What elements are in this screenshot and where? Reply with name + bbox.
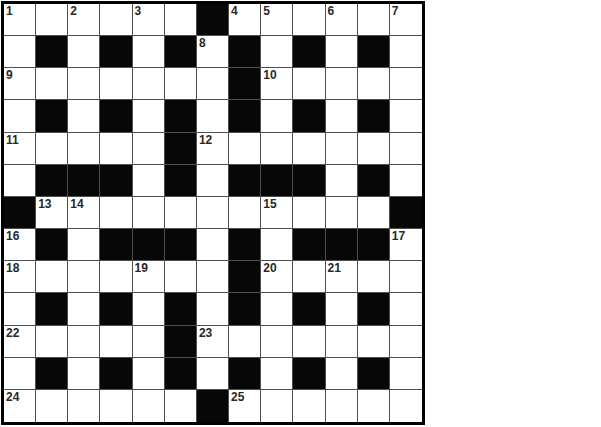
letter-cell-r7c9[interactable]: 15: [261, 197, 293, 229]
letter-cell-r7c12[interactable]: [358, 197, 390, 229]
clue-number-25: 25: [231, 390, 244, 405]
letter-cell-r4c5[interactable]: [133, 100, 165, 132]
letter-cell-r2c1[interactable]: [4, 36, 36, 68]
block-cell-r12c12: [358, 358, 390, 390]
letter-cell-r13c6[interactable]: [165, 390, 197, 422]
clue-number-17: 17: [392, 229, 405, 244]
letter-cell-r13c3[interactable]: [68, 390, 100, 422]
letter-cell-r3c13[interactable]: [390, 68, 422, 100]
block-cell-r2c4: [100, 36, 132, 68]
block-cell-r6c10: [293, 165, 325, 197]
clue-number-9: 9: [6, 68, 13, 83]
clue-number-5: 5: [263, 4, 270, 19]
letter-cell-r7c3[interactable]: 14: [68, 197, 100, 229]
letter-cell-r3c2[interactable]: [36, 68, 68, 100]
block-cell-r12c10: [293, 358, 325, 390]
letter-cell-r10c5[interactable]: [133, 293, 165, 325]
letter-cell-r13c9[interactable]: [261, 390, 293, 422]
letter-cell-r9c1[interactable]: 18: [4, 261, 36, 293]
letter-cell-r13c1[interactable]: 24: [4, 390, 36, 422]
letter-cell-r4c3[interactable]: [68, 100, 100, 132]
letter-cell-r3c5[interactable]: [133, 68, 165, 100]
letter-cell-r2c13[interactable]: [390, 36, 422, 68]
block-cell-r2c10: [293, 36, 325, 68]
letter-cell-r13c11[interactable]: [326, 390, 358, 422]
clue-number-7: 7: [392, 4, 399, 19]
block-cell-r10c2: [36, 293, 68, 325]
letter-cell-r9c11[interactable]: 21: [326, 261, 358, 293]
letter-cell-r11c9[interactable]: [261, 326, 293, 358]
block-cell-r6c6: [165, 165, 197, 197]
clue-number-10: 10: [263, 68, 276, 83]
block-cell-r8c10: [293, 229, 325, 261]
letter-cell-r3c11[interactable]: [326, 68, 358, 100]
block-cell-r1c7: [197, 4, 229, 36]
letter-cell-r3c1[interactable]: 9: [4, 68, 36, 100]
clue-number-14: 14: [70, 197, 83, 212]
letter-cell-r9c5[interactable]: 19: [133, 261, 165, 293]
clue-number-3: 3: [135, 4, 142, 19]
letter-cell-r10c7[interactable]: [197, 293, 229, 325]
block-cell-r10c8: [229, 293, 261, 325]
block-cell-r8c11: [326, 229, 358, 261]
block-cell-r2c2: [36, 36, 68, 68]
block-cell-r9c8: [229, 261, 261, 293]
letter-cell-r12c9[interactable]: [261, 358, 293, 390]
letter-cell-r5c11[interactable]: [326, 133, 358, 165]
clue-number-6: 6: [328, 4, 335, 19]
letter-cell-r10c13[interactable]: [390, 293, 422, 325]
clue-number-19: 19: [135, 261, 148, 276]
letter-cell-r2c7[interactable]: 8: [197, 36, 229, 68]
letter-cell-r11c12[interactable]: [358, 326, 390, 358]
block-cell-r4c10: [293, 100, 325, 132]
block-cell-r4c8: [229, 100, 261, 132]
page: 1234567891011121314151617181920212223242…: [0, 0, 601, 427]
letter-cell-r12c1[interactable]: [4, 358, 36, 390]
letter-cell-r11c11[interactable]: [326, 326, 358, 358]
letter-cell-r3c6[interactable]: [165, 68, 197, 100]
letter-cell-r1c6[interactable]: [165, 4, 197, 36]
letter-cell-r7c10[interactable]: [293, 197, 325, 229]
letter-cell-r1c3[interactable]: 2: [68, 4, 100, 36]
block-cell-r2c12: [358, 36, 390, 68]
block-cell-r6c12: [358, 165, 390, 197]
letter-cell-r13c10[interactable]: [293, 390, 325, 422]
letter-cell-r7c6[interactable]: [165, 197, 197, 229]
letter-cell-r2c5[interactable]: [133, 36, 165, 68]
letter-cell-r7c4[interactable]: [100, 197, 132, 229]
letter-cell-r13c2[interactable]: [36, 390, 68, 422]
block-cell-r12c8: [229, 358, 261, 390]
clue-number-18: 18: [6, 261, 19, 276]
letter-cell-r11c5[interactable]: [133, 326, 165, 358]
letter-cell-r13c8[interactable]: 25: [229, 390, 261, 422]
letter-cell-r2c3[interactable]: [68, 36, 100, 68]
letter-cell-r8c7[interactable]: [197, 229, 229, 261]
clue-number-16: 16: [6, 229, 19, 244]
letter-cell-r11c13[interactable]: [390, 326, 422, 358]
block-cell-r5c6: [165, 133, 197, 165]
letter-cell-r4c13[interactable]: [390, 100, 422, 132]
block-cell-r6c2: [36, 165, 68, 197]
block-cell-r10c6: [165, 293, 197, 325]
letter-cell-r2c9[interactable]: [261, 36, 293, 68]
clue-number-24: 24: [6, 390, 19, 405]
letter-cell-r11c1[interactable]: 22: [4, 326, 36, 358]
letter-cell-r12c13[interactable]: [390, 358, 422, 390]
letter-cell-r7c7[interactable]: [197, 197, 229, 229]
block-cell-r7c13: [390, 197, 422, 229]
block-cell-r6c3: [68, 165, 100, 197]
block-cell-r10c10: [293, 293, 325, 325]
letter-cell-r11c2[interactable]: [36, 326, 68, 358]
letter-cell-r5c12[interactable]: [358, 133, 390, 165]
letter-cell-r5c9[interactable]: [261, 133, 293, 165]
letter-cell-r2c11[interactable]: [326, 36, 358, 68]
letter-cell-r9c12[interactable]: [358, 261, 390, 293]
letter-cell-r8c9[interactable]: [261, 229, 293, 261]
clue-number-2: 2: [70, 4, 77, 19]
letter-cell-r11c10[interactable]: [293, 326, 325, 358]
letter-cell-r9c7[interactable]: [197, 261, 229, 293]
letter-cell-r5c13[interactable]: [390, 133, 422, 165]
letter-cell-r6c13[interactable]: [390, 165, 422, 197]
letter-cell-r8c13[interactable]: 17: [390, 229, 422, 261]
letter-cell-r8c1[interactable]: 16: [4, 229, 36, 261]
letter-cell-r12c7[interactable]: [197, 358, 229, 390]
letter-cell-r10c3[interactable]: [68, 293, 100, 325]
letter-cell-r3c9[interactable]: 10: [261, 68, 293, 100]
letter-cell-r13c4[interactable]: [100, 390, 132, 422]
block-cell-r13c7: [197, 390, 229, 422]
letter-cell-r9c6[interactable]: [165, 261, 197, 293]
clue-number-22: 22: [6, 326, 19, 341]
letter-cell-r13c12[interactable]: [358, 390, 390, 422]
block-cell-r6c4: [100, 165, 132, 197]
block-cell-r12c6: [165, 358, 197, 390]
letter-cell-r1c5[interactable]: 3: [133, 4, 165, 36]
letter-cell-r11c8[interactable]: [229, 326, 261, 358]
block-cell-r10c4: [100, 293, 132, 325]
block-cell-r6c9: [261, 165, 293, 197]
letter-cell-r4c9[interactable]: [261, 100, 293, 132]
letter-cell-r1c2[interactable]: [36, 4, 68, 36]
clue-number-8: 8: [199, 36, 206, 51]
block-cell-r6c8: [229, 165, 261, 197]
block-cell-r8c8: [229, 229, 261, 261]
letter-cell-r3c10[interactable]: [293, 68, 325, 100]
letter-cell-r3c12[interactable]: [358, 68, 390, 100]
letter-cell-r5c7[interactable]: 12: [197, 133, 229, 165]
letter-cell-r5c3[interactable]: [68, 133, 100, 165]
clue-number-4: 4: [231, 4, 238, 19]
block-cell-r4c6: [165, 100, 197, 132]
block-cell-r8c12: [358, 229, 390, 261]
letter-cell-r6c7[interactable]: [197, 165, 229, 197]
letter-cell-r12c3[interactable]: [68, 358, 100, 390]
letter-cell-r7c5[interactable]: [133, 197, 165, 229]
letter-cell-r9c4[interactable]: [100, 261, 132, 293]
block-cell-r8c6: [165, 229, 197, 261]
block-cell-r4c12: [358, 100, 390, 132]
letter-cell-r9c2[interactable]: [36, 261, 68, 293]
letter-cell-r1c1[interactable]: 1: [4, 4, 36, 36]
block-cell-r2c8: [229, 36, 261, 68]
block-cell-r11c6: [165, 326, 197, 358]
letter-cell-r5c5[interactable]: [133, 133, 165, 165]
letter-cell-r10c11[interactable]: [326, 293, 358, 325]
letter-cell-r6c1[interactable]: [4, 165, 36, 197]
block-cell-r8c5: [133, 229, 165, 261]
letter-cell-r9c13[interactable]: [390, 261, 422, 293]
letter-cell-r10c1[interactable]: [4, 293, 36, 325]
block-cell-r12c4: [100, 358, 132, 390]
letter-cell-r5c2[interactable]: [36, 133, 68, 165]
block-cell-r2c6: [165, 36, 197, 68]
letter-cell-r9c9[interactable]: 20: [261, 261, 293, 293]
crossword-grid: 1234567891011121314151617181920212223242…: [1, 1, 425, 425]
clue-number-20: 20: [263, 261, 276, 276]
letter-cell-r1c13[interactable]: 7: [390, 4, 422, 36]
block-cell-r3c8: [229, 68, 261, 100]
letter-cell-r5c10[interactable]: [293, 133, 325, 165]
clue-number-12: 12: [199, 133, 212, 148]
letter-cell-r3c4[interactable]: [100, 68, 132, 100]
letter-cell-r5c4[interactable]: [100, 133, 132, 165]
letter-cell-r4c7[interactable]: [197, 100, 229, 132]
letter-cell-r5c1[interactable]: 11: [4, 133, 36, 165]
letter-cell-r7c11[interactable]: [326, 197, 358, 229]
clue-number-13: 13: [38, 197, 51, 212]
block-cell-r8c2: [36, 229, 68, 261]
block-cell-r8c4: [100, 229, 132, 261]
letter-cell-r13c13[interactable]: [390, 390, 422, 422]
clue-number-15: 15: [263, 197, 276, 212]
letter-cell-r3c7[interactable]: [197, 68, 229, 100]
letter-cell-r1c12[interactable]: [358, 4, 390, 36]
clue-number-21: 21: [328, 261, 341, 276]
block-cell-r12c2: [36, 358, 68, 390]
block-cell-r10c12: [358, 293, 390, 325]
letter-cell-r11c7[interactable]: 23: [197, 326, 229, 358]
letter-cell-r1c9[interactable]: 5: [261, 4, 293, 36]
clue-number-1: 1: [6, 4, 13, 19]
letter-cell-r11c3[interactable]: [68, 326, 100, 358]
letter-cell-r1c10[interactable]: [293, 4, 325, 36]
letter-cell-r12c5[interactable]: [133, 358, 165, 390]
clue-number-23: 23: [199, 326, 212, 341]
clue-number-11: 11: [6, 133, 19, 148]
letter-cell-r9c3[interactable]: [68, 261, 100, 293]
letter-cell-r6c5[interactable]: [133, 165, 165, 197]
letter-cell-r4c11[interactable]: [326, 100, 358, 132]
letter-cell-r1c8[interactable]: 4: [229, 4, 261, 36]
letter-cell-r11c4[interactable]: [100, 326, 132, 358]
block-cell-r4c2: [36, 100, 68, 132]
letter-cell-r12c11[interactable]: [326, 358, 358, 390]
letter-cell-r4c1[interactable]: [4, 100, 36, 132]
letter-cell-r5c8[interactable]: [229, 133, 261, 165]
letter-cell-r13c5[interactable]: [133, 390, 165, 422]
block-cell-r7c1: [4, 197, 36, 229]
letter-cell-r6c11[interactable]: [326, 165, 358, 197]
letter-cell-r1c11[interactable]: 6: [326, 4, 358, 36]
letter-cell-r8c3[interactable]: [68, 229, 100, 261]
letter-cell-r9c10[interactable]: [293, 261, 325, 293]
letter-cell-r7c8[interactable]: [229, 197, 261, 229]
letter-cell-r10c9[interactable]: [261, 293, 293, 325]
letter-cell-r3c3[interactable]: [68, 68, 100, 100]
letter-cell-r1c4[interactable]: [100, 4, 132, 36]
letter-cell-r7c2[interactable]: 13: [36, 197, 68, 229]
block-cell-r4c4: [100, 100, 132, 132]
